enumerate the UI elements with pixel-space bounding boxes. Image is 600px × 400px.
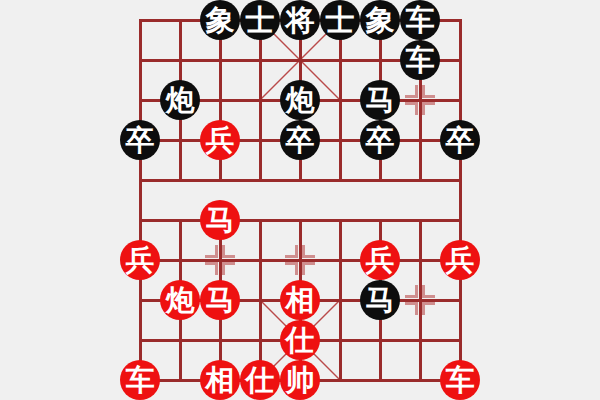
grid-line	[259, 19, 262, 181]
piece-black-soldier[interactable]: 卒	[360, 120, 400, 160]
piece-black-soldier[interactable]: 卒	[280, 120, 320, 160]
piece-red-general[interactable]: 帅	[280, 360, 320, 400]
piece-black-advisor[interactable]: 士	[320, 0, 360, 40]
grid-line	[419, 219, 422, 381]
piece-red-advisor[interactable]: 仕	[240, 360, 280, 400]
grid-line	[459, 19, 462, 381]
piece-red-cannon[interactable]: 炮	[160, 280, 200, 320]
xiangqi-screenshot: 象士将士象车车炮炮马卒卒卒卒马兵马兵兵兵炮马相仕车相仕帅车	[0, 0, 600, 400]
piece-black-elephant[interactable]: 象	[200, 0, 240, 40]
piece-black-horse[interactable]: 马	[360, 280, 400, 320]
piece-black-cannon[interactable]: 炮	[160, 80, 200, 120]
board[interactable]: 象士将士象车车炮炮马卒卒卒卒马兵马兵兵兵炮马相仕车相仕帅车	[0, 0, 600, 400]
piece-black-cannon[interactable]: 炮	[280, 80, 320, 120]
piece-red-soldier[interactable]: 兵	[200, 120, 240, 160]
piece-black-advisor[interactable]: 士	[240, 0, 280, 40]
piece-red-horse[interactable]: 马	[200, 280, 240, 320]
piece-red-chariot[interactable]: 车	[440, 360, 480, 400]
piece-red-elephant[interactable]: 相	[280, 280, 320, 320]
piece-red-soldier[interactable]: 兵	[360, 240, 400, 280]
piece-red-soldier[interactable]: 兵	[440, 240, 480, 280]
piece-black-chariot[interactable]: 车	[400, 0, 440, 40]
piece-black-elephant[interactable]: 象	[360, 0, 400, 40]
grid-line	[339, 219, 342, 381]
grid-line	[259, 219, 262, 381]
piece-red-soldier[interactable]: 兵	[120, 240, 160, 280]
piece-black-soldier[interactable]: 卒	[440, 120, 480, 160]
piece-black-horse[interactable]: 马	[360, 80, 400, 120]
piece-black-general[interactable]: 将	[280, 0, 320, 40]
piece-black-soldier[interactable]: 卒	[120, 120, 160, 160]
piece-red-horse[interactable]: 马	[200, 200, 240, 240]
piece-black-chariot[interactable]: 车	[400, 40, 440, 80]
piece-red-elephant[interactable]: 相	[200, 360, 240, 400]
grid-line	[139, 19, 142, 381]
grid-line	[339, 19, 342, 181]
piece-red-chariot[interactable]: 车	[120, 360, 160, 400]
piece-red-advisor[interactable]: 仕	[280, 320, 320, 360]
